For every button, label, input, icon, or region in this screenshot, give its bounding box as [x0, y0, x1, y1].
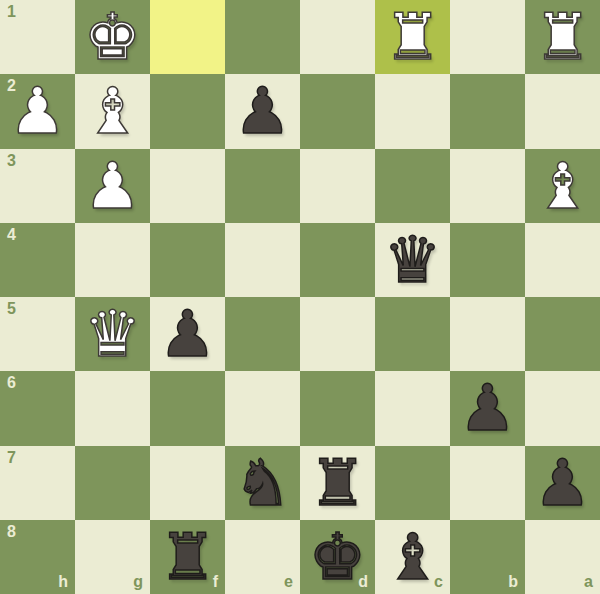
square-d5[interactable]: [300, 297, 375, 371]
square-c7[interactable]: [375, 446, 450, 520]
square-b8[interactable]: b: [450, 520, 525, 594]
square-g4[interactable]: [75, 223, 150, 297]
square-h5[interactable]: 5: [0, 297, 75, 371]
rank-label-3: 3: [7, 153, 16, 169]
square-e1[interactable]: [225, 0, 300, 74]
square-d1[interactable]: [300, 0, 375, 74]
square-f1[interactable]: [150, 0, 225, 74]
square-c2[interactable]: [375, 74, 450, 148]
square-a2[interactable]: [525, 74, 600, 148]
square-e7[interactable]: ♞: [225, 446, 300, 520]
rank-label-5: 5: [7, 301, 16, 317]
black-pawn-piece[interactable]: ♟: [234, 74, 291, 148]
square-g2[interactable]: ♝: [75, 74, 150, 148]
black-knight-piece[interactable]: ♞: [234, 446, 291, 520]
square-d6[interactable]: [300, 371, 375, 445]
square-d2[interactable]: [300, 74, 375, 148]
square-b6[interactable]: ♟: [450, 371, 525, 445]
square-b1[interactable]: [450, 0, 525, 74]
square-e5[interactable]: [225, 297, 300, 371]
square-h6[interactable]: 6: [0, 371, 75, 445]
rank-label-6: 6: [7, 375, 16, 391]
square-d4[interactable]: [300, 223, 375, 297]
square-e4[interactable]: [225, 223, 300, 297]
white-bishop-piece[interactable]: ♝: [534, 149, 591, 223]
square-g6[interactable]: [75, 371, 150, 445]
square-a7[interactable]: ♟: [525, 446, 600, 520]
square-g5[interactable]: ♛: [75, 297, 150, 371]
square-h7[interactable]: 7: [0, 446, 75, 520]
white-pawn-piece[interactable]: ♟: [9, 74, 66, 148]
black-rook-piece[interactable]: ♜: [159, 520, 216, 594]
chess-board-wrapper: 1♚♜♜2♟♝♟3♟♝4♛5♛♟6♟7♞♜♟8hg♜fe♚d♝cba: [0, 0, 600, 594]
square-d3[interactable]: [300, 149, 375, 223]
square-f6[interactable]: [150, 371, 225, 445]
square-f7[interactable]: [150, 446, 225, 520]
white-king-piece[interactable]: ♚: [84, 0, 141, 74]
black-bishop-piece[interactable]: ♝: [384, 520, 441, 594]
square-e6[interactable]: [225, 371, 300, 445]
square-h1[interactable]: 1: [0, 0, 75, 74]
square-a3[interactable]: ♝: [525, 149, 600, 223]
square-h3[interactable]: 3: [0, 149, 75, 223]
square-g7[interactable]: [75, 446, 150, 520]
rank-label-4: 4: [7, 227, 16, 243]
file-label-h: h: [58, 574, 68, 590]
rank-label-7: 7: [7, 450, 16, 466]
white-rook-piece[interactable]: ♜: [384, 0, 441, 74]
square-c1[interactable]: ♜: [375, 0, 450, 74]
square-g8[interactable]: g: [75, 520, 150, 594]
square-a4[interactable]: [525, 223, 600, 297]
square-c3[interactable]: [375, 149, 450, 223]
black-queen-piece[interactable]: ♛: [384, 223, 441, 297]
square-c5[interactable]: [375, 297, 450, 371]
square-b2[interactable]: [450, 74, 525, 148]
square-b5[interactable]: [450, 297, 525, 371]
square-e2[interactable]: ♟: [225, 74, 300, 148]
rank-label-8: 8: [7, 524, 16, 540]
square-d8[interactable]: ♚d: [300, 520, 375, 594]
black-rook-piece[interactable]: ♜: [309, 446, 366, 520]
square-e8[interactable]: e: [225, 520, 300, 594]
square-b3[interactable]: [450, 149, 525, 223]
chess-board: 1♚♜♜2♟♝♟3♟♝4♛5♛♟6♟7♞♜♟8hg♜fe♚d♝cba: [0, 0, 600, 594]
square-b7[interactable]: [450, 446, 525, 520]
file-label-e: e: [284, 574, 293, 590]
square-h4[interactable]: 4: [0, 223, 75, 297]
square-d7[interactable]: ♜: [300, 446, 375, 520]
black-pawn-piece[interactable]: ♟: [534, 446, 591, 520]
file-label-g: g: [133, 574, 143, 590]
square-f3[interactable]: [150, 149, 225, 223]
square-c4[interactable]: ♛: [375, 223, 450, 297]
square-g3[interactable]: ♟: [75, 149, 150, 223]
black-pawn-piece[interactable]: ♟: [159, 297, 216, 371]
square-f8[interactable]: ♜f: [150, 520, 225, 594]
white-bishop-piece[interactable]: ♝: [84, 74, 141, 148]
square-e3[interactable]: [225, 149, 300, 223]
square-f2[interactable]: [150, 74, 225, 148]
file-label-a: a: [584, 574, 593, 590]
square-h2[interactable]: 2♟: [0, 74, 75, 148]
square-a8[interactable]: a: [525, 520, 600, 594]
black-king-piece[interactable]: ♚: [309, 520, 366, 594]
square-f5[interactable]: ♟: [150, 297, 225, 371]
square-a6[interactable]: [525, 371, 600, 445]
white-rook-piece[interactable]: ♜: [534, 0, 591, 74]
square-c8[interactable]: ♝c: [375, 520, 450, 594]
rank-label-1: 1: [7, 4, 16, 20]
black-pawn-piece[interactable]: ♟: [459, 371, 516, 445]
square-f4[interactable]: [150, 223, 225, 297]
white-pawn-piece[interactable]: ♟: [84, 149, 141, 223]
square-a5[interactable]: [525, 297, 600, 371]
square-b4[interactable]: [450, 223, 525, 297]
file-label-b: b: [508, 574, 518, 590]
square-a1[interactable]: ♜: [525, 0, 600, 74]
square-c6[interactable]: [375, 371, 450, 445]
white-queen-piece[interactable]: ♛: [84, 297, 141, 371]
square-g1[interactable]: ♚: [75, 0, 150, 74]
square-h8[interactable]: 8h: [0, 520, 75, 594]
